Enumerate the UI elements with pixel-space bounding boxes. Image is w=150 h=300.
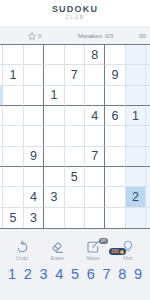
board-cell-r7c5[interactable]: 5 [65, 167, 85, 187]
board-cell-r6c6[interactable]: 7 [85, 147, 105, 167]
coin-icon [120, 250, 124, 254]
numpad-4[interactable]: 4 [55, 265, 63, 283]
board-cell-r7c8[interactable] [126, 167, 146, 187]
board-cell-r6c5[interactable] [65, 147, 85, 167]
board-cell-r4c9[interactable] [146, 106, 150, 126]
sudoku-board: 8179146197543253 [0, 44, 150, 229]
board-cell-r4c5[interactable] [65, 106, 85, 126]
stats-bar: 0 Mistakes: 0/3 00: [0, 27, 150, 44]
board-cell-r3c4[interactable]: 1 [44, 86, 64, 106]
board-cell-r4c8[interactable]: 1 [126, 106, 146, 126]
board-cell-r1c4[interactable] [44, 45, 64, 65]
board-cell-r1c6[interactable]: 8 [85, 45, 105, 65]
board-cell-r9c6[interactable] [85, 208, 105, 228]
board-cell-r6c9[interactable] [146, 147, 150, 167]
board-cell-r1c7[interactable] [105, 45, 125, 65]
board-cell-r7c9[interactable] [146, 167, 150, 187]
board-cell-r6c2[interactable] [3, 147, 23, 167]
board-cell-r6c8[interactable] [126, 147, 146, 167]
mistakes-counter: Mistakes: 0/3 [78, 33, 113, 39]
app-subtitle: CLUB [0, 14, 150, 21]
board-cell-r3c3[interactable] [24, 86, 44, 106]
board-cell-r5c2[interactable] [3, 126, 23, 146]
board-cell-r7c7[interactable] [105, 167, 125, 187]
hint-button[interactable]: 100 Hint [112, 240, 144, 261]
board-cell-r4c2[interactable] [3, 106, 23, 126]
board-cell-r1c5[interactable] [65, 45, 85, 65]
board-cell-r3c9[interactable] [146, 86, 150, 106]
numpad-6[interactable]: 6 [87, 265, 95, 283]
notes-button[interactable]: on Notes [77, 240, 109, 261]
board-cell-r1c9[interactable] [146, 45, 150, 65]
numpad-9[interactable]: 9 [134, 265, 142, 283]
board-cell-r4c7[interactable]: 6 [105, 106, 125, 126]
board-cell-r8c7[interactable] [105, 187, 125, 207]
board-cell-r1c3[interactable] [24, 45, 44, 65]
board-cell-r5c9[interactable] [146, 126, 150, 146]
board-cell-r6c3[interactable]: 9 [24, 147, 44, 167]
board-cell-r9c8[interactable] [126, 208, 146, 228]
board-cell-r9c4[interactable] [44, 208, 64, 228]
board-cell-r3c2[interactable] [3, 86, 23, 106]
board-cell-r5c8[interactable] [126, 126, 146, 146]
board-cell-r8c6[interactable] [85, 187, 105, 207]
board-cell-r8c2[interactable] [3, 187, 23, 207]
board-cell-r2c8[interactable] [126, 65, 146, 85]
board-cell-r2c5[interactable]: 7 [65, 65, 85, 85]
board-cell-r3c5[interactable] [65, 86, 85, 106]
erase-button[interactable]: Erase [41, 240, 73, 261]
undo-icon [15, 240, 29, 254]
board-cell-r2c7[interactable]: 9 [105, 65, 125, 85]
board-cell-r2c2[interactable]: 1 [3, 65, 23, 85]
timer: 00: [139, 33, 147, 39]
board-cell-r7c6[interactable] [85, 167, 105, 187]
board-cell-r5c6[interactable] [85, 126, 105, 146]
board-cell-r3c8[interactable] [126, 86, 146, 106]
board-cell-r8c5[interactable] [65, 187, 85, 207]
board-cell-r7c4[interactable] [44, 167, 64, 187]
board-cell-r6c7[interactable] [105, 147, 125, 167]
numpad-5[interactable]: 5 [71, 265, 79, 283]
hint-count-badge: 100 [109, 248, 126, 255]
undo-label: Undo [6, 255, 38, 261]
board-cell-r5c5[interactable] [65, 126, 85, 146]
board-cell-r9c3[interactable]: 3 [24, 208, 44, 228]
board-cell-r6c4[interactable] [44, 147, 64, 167]
numpad-1[interactable]: 1 [8, 265, 16, 283]
score-value: 0 [38, 33, 41, 39]
board-cell-r3c7[interactable] [105, 86, 125, 106]
board-cell-r9c2[interactable]: 5 [3, 208, 23, 228]
bottom-panel: Undo Erase on Notes [0, 229, 150, 300]
board-cell-r9c7[interactable] [105, 208, 125, 228]
erase-label: Erase [41, 255, 73, 261]
board-cell-r1c2[interactable] [3, 45, 23, 65]
notes-pencil-icon [86, 240, 100, 254]
board-cell-r5c4[interactable] [44, 126, 64, 146]
board-cell-r3c6[interactable] [85, 86, 105, 106]
board-cell-r4c6[interactable]: 4 [85, 106, 105, 126]
number-pad: 123456789 [0, 265, 150, 283]
numpad-3[interactable]: 3 [39, 265, 47, 283]
numpad-7[interactable]: 7 [102, 265, 110, 283]
board-cell-r2c3[interactable] [24, 65, 44, 85]
notes-label: Notes [77, 255, 109, 261]
board-cell-r8c9[interactable] [146, 187, 150, 207]
board-cell-r5c7[interactable] [105, 126, 125, 146]
board-cell-r5c3[interactable] [24, 126, 44, 146]
board-cell-r7c2[interactable] [3, 167, 23, 187]
board-cell-r8c8[interactable]: 2 [126, 187, 146, 207]
app-title: SUDOKU [0, 4, 150, 14]
board-cell-r8c3[interactable]: 4 [24, 187, 44, 207]
app-header: SUDOKU CLUB [0, 4, 150, 21]
board-cell-r7c3[interactable] [24, 167, 44, 187]
board-cell-r1c8[interactable] [126, 45, 146, 65]
board-cell-r4c3[interactable] [24, 106, 44, 126]
score-indicator: 0 [28, 32, 41, 40]
toolbar: Undo Erase on Notes [0, 240, 150, 261]
numpad-8[interactable]: 8 [118, 265, 126, 283]
board-cell-r2c4[interactable] [44, 65, 64, 85]
notes-toggle-badge: on [99, 238, 108, 244]
board-cell-r2c9[interactable] [146, 65, 150, 85]
board-cell-r9c9[interactable] [146, 208, 150, 228]
star-icon [28, 32, 36, 40]
numpad-2[interactable]: 2 [24, 265, 32, 283]
board-cell-r4c4[interactable] [44, 106, 64, 126]
hint-label: Hint [112, 255, 144, 261]
board-cell-r2c6[interactable] [85, 65, 105, 85]
undo-button[interactable]: Undo [6, 240, 38, 261]
board-cell-r8c4[interactable]: 3 [44, 187, 64, 207]
eraser-icon [50, 240, 64, 254]
board-cell-r9c5[interactable] [65, 208, 85, 228]
hint-coins-amount: 100 [111, 249, 119, 254]
